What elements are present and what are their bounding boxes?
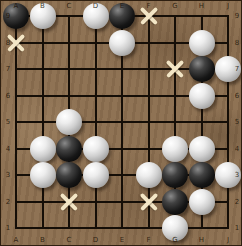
intersection-B2[interactable] [29,188,56,215]
black-stone-H7 [189,56,215,82]
intersection-G4 [162,135,189,162]
row-label-right-3: 3 [231,170,242,180]
intersection-D7[interactable] [82,56,109,83]
intersection-E4[interactable] [109,135,136,162]
intersection-E3[interactable] [109,162,136,189]
intersection-H3 [188,162,215,189]
column-label-bottom-J: J [222,235,234,245]
black-stone-G3 [162,162,188,188]
intersection-B7[interactable] [29,56,56,83]
column-label-top-H: H [196,1,208,11]
row-label-right-4: 4 [231,144,242,154]
column-label-top-J: J [222,1,234,11]
black-stone-G2 [162,189,188,215]
intersection-D3 [82,162,109,189]
intersection-H2 [188,188,215,215]
intersection-H5[interactable] [188,109,215,136]
column-label-bottom-D: D [90,235,102,245]
intersection-C3 [56,162,83,189]
intersection-F8[interactable] [135,29,162,56]
column-label-top-A: A [10,1,22,11]
intersection-G7[interactable] [162,56,189,83]
intersection-F4[interactable] [135,135,162,162]
intersection-F6[interactable] [135,82,162,109]
intersection-C4 [56,135,83,162]
intersection-G6[interactable] [162,82,189,109]
intersection-H4 [188,135,215,162]
intersection-B4 [29,135,56,162]
column-label-bottom-A: A [10,235,22,245]
column-label-bottom-B: B [37,235,49,245]
row-label-right-5: 5 [231,117,242,127]
intersection-E2[interactable] [109,188,136,215]
row-label-left-9: 9 [2,11,14,21]
row-label-left-6: 6 [2,91,14,101]
intersection-E7[interactable] [109,56,136,83]
white-stone-B4 [30,136,56,162]
intersection-F7[interactable] [135,56,162,83]
black-stone-C4 [56,136,82,162]
x-mark-C2 [58,191,80,213]
row-label-right-1: 1 [231,223,242,233]
row-label-right-8: 8 [231,38,242,48]
intersection-F2[interactable] [135,188,162,215]
white-stone-D3 [83,162,109,188]
intersection-E6[interactable] [109,82,136,109]
row-label-right-2: 2 [231,197,242,207]
intersection-C5 [56,109,83,136]
white-stone-D4 [83,136,109,162]
intersection-D6[interactable] [82,82,109,109]
column-label-bottom-F: F [143,235,155,245]
column-label-top-D: D [90,1,102,11]
intersection-G2 [162,188,189,215]
white-stone-H8 [189,30,215,56]
column-label-bottom-C: C [63,235,75,245]
column-label-bottom-H: H [196,235,208,245]
intersection-C8[interactable] [56,29,83,56]
row-label-left-8: 8 [2,38,14,48]
intersection-E8 [109,29,136,56]
white-stone-C5 [56,109,82,135]
row-label-right-9: 9 [231,11,242,21]
intersection-H6 [188,82,215,109]
white-stone-G4 [162,136,188,162]
row-label-left-3: 3 [2,170,14,180]
white-stone-F3 [136,162,162,188]
intersection-F5[interactable] [135,109,162,136]
intersection-F3 [135,162,162,189]
intersection-B8[interactable] [29,29,56,56]
board-intersections [3,3,242,242]
intersection-B3 [29,162,56,189]
intersection-E5[interactable] [109,109,136,136]
row-label-left-5: 5 [2,117,14,127]
x-mark-G7 [164,58,186,80]
intersection-C7[interactable] [56,56,83,83]
intersection-H7 [188,56,215,83]
intersection-G8[interactable] [162,29,189,56]
intersection-G3 [162,162,189,189]
go-board: AABBCCDDEEFFGGHHJJ998877665544332211 [0,0,242,246]
column-label-bottom-G: G [169,235,181,245]
column-label-top-B: B [37,1,49,11]
intersection-C6[interactable] [56,82,83,109]
intersection-B6[interactable] [29,82,56,109]
intersection-H8 [188,29,215,56]
black-stone-C3 [56,162,82,188]
column-label-top-C: C [63,1,75,11]
intersection-D2[interactable] [82,188,109,215]
intersection-D8[interactable] [82,29,109,56]
intersection-C2[interactable] [56,188,83,215]
intersection-G5[interactable] [162,109,189,136]
column-label-top-E: E [116,1,128,11]
white-stone-H2 [189,189,215,215]
black-stone-H3 [189,162,215,188]
row-label-right-6: 6 [231,91,242,101]
x-mark-F2 [138,191,160,213]
row-label-left-7: 7 [2,64,14,74]
row-label-left-2: 2 [2,197,14,207]
column-label-top-G: G [169,1,181,11]
white-stone-H6 [189,83,215,109]
row-label-right-7: 7 [231,64,242,74]
white-stone-B3 [30,162,56,188]
row-label-left-1: 1 [2,223,14,233]
white-stone-E8 [109,30,135,56]
column-label-top-F: F [143,1,155,11]
column-label-bottom-E: E [116,235,128,245]
intersection-B5[interactable] [29,109,56,136]
intersection-D4 [82,135,109,162]
row-label-left-4: 4 [2,144,14,154]
white-stone-H4 [189,136,215,162]
intersection-D5[interactable] [82,109,109,136]
